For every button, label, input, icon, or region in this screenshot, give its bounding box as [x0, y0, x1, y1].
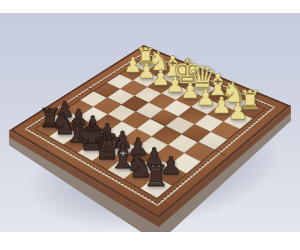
photo-bottom-margin [0, 232, 300, 250]
photo-top-margin [0, 0, 300, 13]
chess-set-photo: ♜♞♝♚♛♝♞♜♟♟♟♟♟♟♟♟♟♟♟♟♟♟♟♟♜♞♝♚♛♝♞♜ [0, 0, 300, 250]
